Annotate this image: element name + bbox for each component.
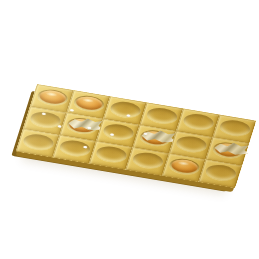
pit-well xyxy=(181,112,215,131)
pit-well xyxy=(65,116,99,135)
pit-well xyxy=(72,94,106,113)
pit-well xyxy=(57,138,91,157)
pit-well xyxy=(130,151,164,170)
pit-well xyxy=(210,140,244,159)
pit-well xyxy=(21,132,55,151)
amber-seed-piece xyxy=(169,158,199,175)
amber-seed-piece xyxy=(74,95,104,112)
pit-well xyxy=(138,128,172,147)
pit-well xyxy=(145,106,179,125)
pit-well xyxy=(101,122,135,141)
pit-well xyxy=(167,157,201,176)
pit-well xyxy=(218,118,252,137)
pit-r2c5[interactable] xyxy=(198,159,242,187)
pit-well xyxy=(108,100,142,119)
amber-seed-piece xyxy=(37,89,67,106)
photo-canvas xyxy=(0,0,259,259)
pit-well xyxy=(174,134,208,153)
pit-well xyxy=(35,88,69,107)
pit-well xyxy=(94,144,128,163)
pit-well xyxy=(203,163,237,182)
chocolate-board xyxy=(16,84,256,188)
